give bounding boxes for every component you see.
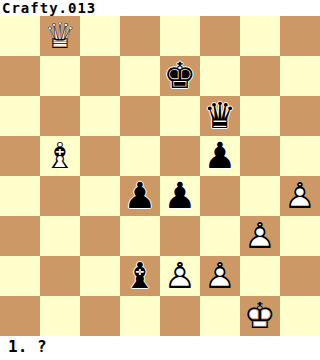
square-e5[interactable] [160,136,200,176]
piece-white-bishop: ♝♗ [40,136,80,176]
square-e2[interactable]: ♟♙ [160,256,200,296]
piece-black-pawn: ♟ [200,136,240,176]
move-prompt: 1. ? [0,336,320,360]
square-g1[interactable]: ♚♔ [240,296,280,336]
square-e3[interactable] [160,216,200,256]
piece-white-queen: ♛♕ [40,16,80,56]
white-queen-outline: ♕ [40,16,80,56]
square-h1[interactable] [280,296,320,336]
black-bishop-glyph: ♝ [120,256,160,296]
square-c4[interactable] [80,176,120,216]
square-g8[interactable] [240,16,280,56]
square-g5[interactable] [240,136,280,176]
square-d1[interactable] [120,296,160,336]
square-c7[interactable] [80,56,120,96]
white-pawn-outline: ♙ [160,256,200,296]
square-e4[interactable]: ♟ [160,176,200,216]
square-f4[interactable] [200,176,240,216]
piece-black-queen: ♛ [200,96,240,136]
square-a2[interactable] [0,256,40,296]
piece-black-king: ♚ [160,56,200,96]
crafty-window: Crafty.013 ♛♕♚♛♝♗♟♟♟♟♙♟♙♝♟♙♟♙♚♔ 1. ? [0,0,320,360]
square-e8[interactable] [160,16,200,56]
square-e7[interactable]: ♚ [160,56,200,96]
square-g6[interactable] [240,96,280,136]
square-d8[interactable] [120,16,160,56]
white-bishop-outline: ♗ [40,136,80,176]
square-d5[interactable] [120,136,160,176]
piece-white-pawn: ♟♙ [200,256,240,296]
piece-white-king: ♚♔ [240,296,280,336]
square-c3[interactable] [80,216,120,256]
square-c6[interactable] [80,96,120,136]
white-king-outline: ♔ [240,296,280,336]
square-g3[interactable]: ♟♙ [240,216,280,256]
square-f1[interactable] [200,296,240,336]
square-c2[interactable] [80,256,120,296]
square-h3[interactable] [280,216,320,256]
square-c5[interactable] [80,136,120,176]
square-d3[interactable] [120,216,160,256]
page-title: Crafty.013 [0,0,320,16]
piece-white-pawn: ♟♙ [160,256,200,296]
black-queen-glyph: ♛ [200,96,240,136]
square-b8[interactable]: ♛♕ [40,16,80,56]
square-h4[interactable]: ♟♙ [280,176,320,216]
piece-black-pawn: ♟ [120,176,160,216]
square-f2[interactable]: ♟♙ [200,256,240,296]
square-h6[interactable] [280,96,320,136]
chess-board: ♛♕♚♛♝♗♟♟♟♟♙♟♙♝♟♙♟♙♚♔ [0,16,320,336]
square-d2[interactable]: ♝ [120,256,160,296]
square-b5[interactable]: ♝♗ [40,136,80,176]
square-a6[interactable] [0,96,40,136]
square-f6[interactable]: ♛ [200,96,240,136]
square-h8[interactable] [280,16,320,56]
piece-white-pawn: ♟♙ [280,176,320,216]
white-pawn-outline: ♙ [280,176,320,216]
square-g2[interactable] [240,256,280,296]
square-b2[interactable] [40,256,80,296]
square-e6[interactable] [160,96,200,136]
black-pawn-glyph: ♟ [200,136,240,176]
square-d7[interactable] [120,56,160,96]
square-d6[interactable] [120,96,160,136]
black-pawn-glyph: ♟ [160,176,200,216]
square-b4[interactable] [40,176,80,216]
square-d4[interactable]: ♟ [120,176,160,216]
piece-black-bishop: ♝ [120,256,160,296]
piece-black-pawn: ♟ [160,176,200,216]
square-f7[interactable] [200,56,240,96]
square-a7[interactable] [0,56,40,96]
square-b7[interactable] [40,56,80,96]
square-c1[interactable] [80,296,120,336]
black-pawn-glyph: ♟ [120,176,160,216]
square-a3[interactable] [0,216,40,256]
square-e1[interactable] [160,296,200,336]
square-c8[interactable] [80,16,120,56]
square-a4[interactable] [0,176,40,216]
white-pawn-outline: ♙ [240,216,280,256]
square-b1[interactable] [40,296,80,336]
square-a1[interactable] [0,296,40,336]
square-b6[interactable] [40,96,80,136]
square-f3[interactable] [200,216,240,256]
square-h5[interactable] [280,136,320,176]
piece-white-pawn: ♟♙ [240,216,280,256]
square-g7[interactable] [240,56,280,96]
white-pawn-outline: ♙ [200,256,240,296]
square-g4[interactable] [240,176,280,216]
black-king-glyph: ♚ [160,56,200,96]
square-f5[interactable]: ♟ [200,136,240,176]
square-a8[interactable] [0,16,40,56]
square-h2[interactable] [280,256,320,296]
square-a5[interactable] [0,136,40,176]
square-b3[interactable] [40,216,80,256]
square-h7[interactable] [280,56,320,96]
square-f8[interactable] [200,16,240,56]
